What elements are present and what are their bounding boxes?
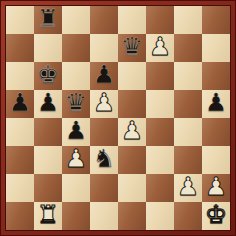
square-c2[interactable] bbox=[62, 174, 90, 202]
square-d2[interactable] bbox=[90, 174, 118, 202]
piece-black-pawn[interactable]: ♟ bbox=[9, 90, 31, 117]
square-e1[interactable] bbox=[118, 202, 146, 230]
square-h6[interactable] bbox=[202, 62, 230, 90]
square-a7[interactable] bbox=[6, 34, 34, 62]
piece-white-pawn[interactable]: ♟ bbox=[205, 174, 227, 201]
square-b4[interactable] bbox=[34, 118, 62, 146]
square-g6[interactable] bbox=[174, 62, 202, 90]
square-a8[interactable] bbox=[6, 6, 34, 34]
square-g7[interactable] bbox=[174, 34, 202, 62]
square-d6[interactable]: ♟ bbox=[90, 62, 118, 90]
square-f1[interactable] bbox=[146, 202, 174, 230]
square-b7[interactable] bbox=[34, 34, 62, 62]
piece-white-pawn[interactable]: ♟ bbox=[149, 34, 171, 61]
square-h2[interactable]: ♟ bbox=[202, 174, 230, 202]
piece-white-rook[interactable]: ♜ bbox=[37, 202, 59, 229]
piece-black-knight[interactable]: ♞ bbox=[93, 146, 115, 173]
square-f4[interactable] bbox=[146, 118, 174, 146]
board-frame: ♜♛♟♚♟♟♟♛♟♟♟♟♟♞♟♟♜♚ bbox=[0, 0, 236, 236]
square-c8[interactable] bbox=[62, 6, 90, 34]
piece-white-pawn[interactable]: ♟ bbox=[65, 146, 87, 173]
square-h4[interactable] bbox=[202, 118, 230, 146]
square-a2[interactable] bbox=[6, 174, 34, 202]
square-c3[interactable]: ♟ bbox=[62, 146, 90, 174]
piece-black-pawn[interactable]: ♟ bbox=[93, 62, 115, 89]
square-b2[interactable] bbox=[34, 174, 62, 202]
square-b3[interactable] bbox=[34, 146, 62, 174]
square-g8[interactable] bbox=[174, 6, 202, 34]
piece-black-king[interactable]: ♚ bbox=[37, 62, 59, 89]
square-g2[interactable]: ♟ bbox=[174, 174, 202, 202]
square-f2[interactable] bbox=[146, 174, 174, 202]
square-e7[interactable]: ♛ bbox=[118, 34, 146, 62]
square-e5[interactable] bbox=[118, 90, 146, 118]
square-f5[interactable] bbox=[146, 90, 174, 118]
square-f3[interactable] bbox=[146, 146, 174, 174]
square-c6[interactable] bbox=[62, 62, 90, 90]
square-d8[interactable] bbox=[90, 6, 118, 34]
square-e8[interactable] bbox=[118, 6, 146, 34]
square-f7[interactable]: ♟ bbox=[146, 34, 174, 62]
square-g5[interactable] bbox=[174, 90, 202, 118]
square-c1[interactable] bbox=[62, 202, 90, 230]
square-g4[interactable] bbox=[174, 118, 202, 146]
square-d7[interactable] bbox=[90, 34, 118, 62]
piece-black-pawn[interactable]: ♟ bbox=[65, 118, 87, 145]
piece-black-pawn[interactable]: ♟ bbox=[37, 90, 59, 117]
square-a1[interactable] bbox=[6, 202, 34, 230]
piece-black-rook[interactable]: ♜ bbox=[37, 6, 59, 33]
square-d3[interactable]: ♞ bbox=[90, 146, 118, 174]
square-b6[interactable]: ♚ bbox=[34, 62, 62, 90]
piece-white-pawn[interactable]: ♟ bbox=[177, 174, 199, 201]
square-a6[interactable] bbox=[6, 62, 34, 90]
piece-white-pawn[interactable]: ♟ bbox=[93, 90, 115, 117]
square-a3[interactable] bbox=[6, 146, 34, 174]
piece-black-queen[interactable]: ♛ bbox=[121, 34, 143, 61]
square-h5[interactable]: ♟ bbox=[202, 90, 230, 118]
square-b5[interactable]: ♟ bbox=[34, 90, 62, 118]
square-f6[interactable] bbox=[146, 62, 174, 90]
piece-white-pawn[interactable]: ♟ bbox=[121, 118, 143, 145]
square-h7[interactable] bbox=[202, 34, 230, 62]
chess-board-grid: ♜♛♟♚♟♟♟♛♟♟♟♟♟♞♟♟♜♚ bbox=[6, 6, 230, 230]
square-h3[interactable] bbox=[202, 146, 230, 174]
square-c4[interactable]: ♟ bbox=[62, 118, 90, 146]
square-c7[interactable] bbox=[62, 34, 90, 62]
square-a5[interactable]: ♟ bbox=[6, 90, 34, 118]
square-h8[interactable] bbox=[202, 6, 230, 34]
square-d5[interactable]: ♟ bbox=[90, 90, 118, 118]
square-g1[interactable] bbox=[174, 202, 202, 230]
square-c5[interactable]: ♛ bbox=[62, 90, 90, 118]
piece-white-king[interactable]: ♚ bbox=[205, 202, 227, 229]
square-f8[interactable] bbox=[146, 6, 174, 34]
piece-black-pawn[interactable]: ♟ bbox=[205, 90, 227, 117]
square-e3[interactable] bbox=[118, 146, 146, 174]
square-d4[interactable] bbox=[90, 118, 118, 146]
square-h1[interactable]: ♚ bbox=[202, 202, 230, 230]
square-a4[interactable] bbox=[6, 118, 34, 146]
square-e6[interactable] bbox=[118, 62, 146, 90]
square-e4[interactable]: ♟ bbox=[118, 118, 146, 146]
piece-black-queen[interactable]: ♛ bbox=[65, 90, 87, 117]
square-g3[interactable] bbox=[174, 146, 202, 174]
square-b1[interactable]: ♜ bbox=[34, 202, 62, 230]
square-d1[interactable] bbox=[90, 202, 118, 230]
square-b8[interactable]: ♜ bbox=[34, 6, 62, 34]
square-e2[interactable] bbox=[118, 174, 146, 202]
